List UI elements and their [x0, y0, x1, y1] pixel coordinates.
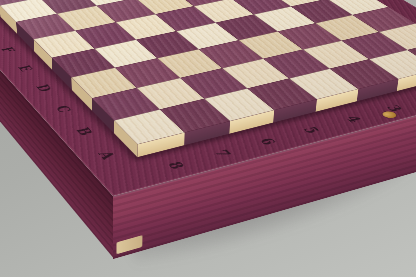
file-label-c: C: [52, 104, 73, 113]
rank-label-5: 5: [300, 126, 321, 135]
rank-label-4: 4: [342, 115, 363, 124]
rank-label-6: 6: [256, 137, 278, 147]
corner-spline-inlay: [116, 235, 142, 254]
file-label-b: B: [73, 126, 95, 136]
file-label-e: E: [15, 64, 34, 72]
photo-background: ABCDEFGH 87654321: [0, 0, 416, 277]
brass-inlay-dot: [380, 110, 399, 119]
rank-label-8: 8: [164, 160, 186, 170]
rank-label-7: 7: [211, 148, 233, 158]
file-label-a: A: [95, 150, 117, 161]
file-label-d: D: [33, 84, 54, 93]
chess-board: ABCDEFGH 87654321: [0, 0, 416, 196]
file-label-f: F: [0, 46, 17, 53]
